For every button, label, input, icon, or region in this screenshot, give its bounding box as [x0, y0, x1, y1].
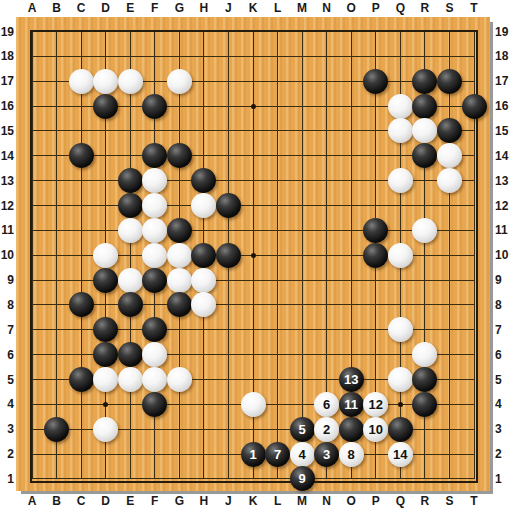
move-number-label: 8 [348, 447, 355, 462]
black-stone [412, 69, 437, 94]
white-stone [388, 168, 413, 193]
column-label-bottom: G [169, 494, 189, 508]
white-stone: 8 [339, 442, 364, 467]
column-label-top: H [194, 1, 214, 15]
black-stone [69, 367, 94, 392]
black-stone [462, 94, 487, 119]
row-label-right: 18 [495, 49, 512, 63]
column-label-top: D [96, 1, 116, 15]
column-label-top: M [292, 1, 312, 15]
move-number-label: 2 [323, 422, 330, 437]
row-label-right: 3 [495, 422, 512, 436]
go-board[interactable]: 1361112521017438149 [16, 17, 490, 491]
move-number-label: 1 [249, 447, 256, 462]
column-label-top: J [218, 1, 238, 15]
column-label-bottom: K [243, 494, 263, 508]
white-stone [167, 69, 192, 94]
black-stone [69, 143, 94, 168]
column-label-top: N [317, 1, 337, 15]
column-label-top: T [464, 1, 484, 15]
white-stone [93, 243, 118, 268]
white-stone [437, 168, 462, 193]
column-label-bottom: A [22, 494, 42, 508]
row-label-right: 7 [495, 323, 512, 337]
black-stone: 3 [314, 442, 339, 467]
row-label-left: 18 [0, 49, 14, 63]
white-stone [118, 69, 143, 94]
column-label-bottom: S [439, 494, 459, 508]
black-stone [216, 193, 241, 218]
column-label-bottom: C [71, 494, 91, 508]
row-label-right: 14 [495, 149, 512, 163]
black-stone [93, 268, 118, 293]
white-stone [167, 243, 192, 268]
white-stone: 2 [314, 417, 339, 442]
row-label-left: 16 [0, 99, 14, 113]
black-stone [437, 69, 462, 94]
star-point [251, 104, 256, 109]
move-number-label: 13 [344, 372, 358, 387]
row-label-left: 19 [0, 25, 14, 39]
move-number-label: 11 [344, 397, 358, 412]
black-stone: 9 [290, 466, 315, 491]
row-label-left: 6 [0, 348, 14, 362]
row-label-left: 11 [0, 223, 14, 237]
move-number-label: 12 [369, 397, 383, 412]
row-label-left: 12 [0, 199, 14, 213]
black-stone: 5 [290, 417, 315, 442]
white-stone [142, 243, 167, 268]
column-label-bottom: D [96, 494, 116, 508]
row-label-left: 7 [0, 323, 14, 337]
black-stone [412, 94, 437, 119]
black-stone [167, 143, 192, 168]
column-label-top: B [47, 1, 67, 15]
column-label-bottom: H [194, 494, 214, 508]
column-label-bottom: J [218, 494, 238, 508]
move-number-label: 4 [298, 447, 305, 462]
column-label-bottom: O [341, 494, 361, 508]
move-number-label: 3 [323, 447, 330, 462]
row-label-left: 15 [0, 124, 14, 138]
row-label-left: 4 [0, 397, 14, 411]
black-stone [388, 417, 413, 442]
column-label-top: K [243, 1, 263, 15]
column-label-top: L [268, 1, 288, 15]
column-label-bottom: T [464, 494, 484, 508]
row-label-right: 13 [495, 174, 512, 188]
black-stone [44, 417, 69, 442]
move-number-label: 10 [369, 422, 383, 437]
row-label-left: 5 [0, 373, 14, 387]
white-stone [388, 317, 413, 342]
white-stone: 14 [388, 442, 413, 467]
white-stone: 6 [314, 392, 339, 417]
row-label-right: 11 [495, 223, 512, 237]
white-stone [93, 417, 118, 442]
white-stone [118, 268, 143, 293]
row-label-left: 13 [0, 174, 14, 188]
black-stone [69, 292, 94, 317]
white-stone [167, 268, 192, 293]
column-label-bottom: P [366, 494, 386, 508]
row-label-left: 2 [0, 447, 14, 461]
black-stone [167, 218, 192, 243]
column-label-bottom: N [317, 494, 337, 508]
column-label-bottom: F [145, 494, 165, 508]
move-number-label: 5 [298, 422, 305, 437]
white-stone: 4 [290, 442, 315, 467]
black-stone [142, 268, 167, 293]
column-label-top: P [366, 1, 386, 15]
black-stone [363, 69, 388, 94]
column-label-top: A [22, 1, 42, 15]
row-label-right: 8 [495, 298, 512, 312]
row-label-right: 17 [495, 74, 512, 88]
row-label-right: 9 [495, 273, 512, 287]
black-stone [93, 94, 118, 119]
white-stone [388, 243, 413, 268]
row-label-left: 9 [0, 273, 14, 287]
white-stone [167, 367, 192, 392]
black-stone: 7 [265, 442, 290, 467]
move-number-label: 14 [393, 447, 407, 462]
column-label-top: F [145, 1, 165, 15]
column-label-bottom: Q [390, 494, 410, 508]
column-label-bottom: L [268, 494, 288, 508]
white-stone [388, 367, 413, 392]
row-label-right: 10 [495, 248, 512, 262]
black-stone: 13 [339, 367, 364, 392]
column-label-top: O [341, 1, 361, 15]
black-stone [363, 218, 388, 243]
white-stone [241, 392, 266, 417]
row-label-left: 17 [0, 74, 14, 88]
row-label-left: 1 [0, 472, 14, 486]
row-label-right: 15 [495, 124, 512, 138]
black-stone [191, 243, 216, 268]
row-label-right: 16 [495, 99, 512, 113]
black-stone [339, 417, 364, 442]
column-label-bottom: R [415, 494, 435, 508]
star-point [398, 402, 403, 407]
black-stone [142, 94, 167, 119]
column-label-top: G [169, 1, 189, 15]
row-label-right: 4 [495, 397, 512, 411]
column-label-top: R [415, 1, 435, 15]
go-board-screen: 1361112521017438149 ABCDEFGHJKLMNOPQRST … [0, 0, 512, 510]
move-number-label: 6 [323, 397, 330, 412]
white-stone: 10 [363, 417, 388, 442]
white-stone [142, 218, 167, 243]
white-stone [93, 69, 118, 94]
column-label-top: E [120, 1, 140, 15]
column-label-bottom: B [47, 494, 67, 508]
row-label-left: 14 [0, 149, 14, 163]
row-label-left: 10 [0, 248, 14, 262]
black-stone: 11 [339, 392, 364, 417]
white-stone [118, 218, 143, 243]
column-label-bottom: E [120, 494, 140, 508]
row-label-right: 19 [495, 25, 512, 39]
move-number-label: 7 [274, 447, 281, 462]
row-label-right: 2 [495, 447, 512, 461]
move-number-label: 9 [298, 471, 305, 486]
white-stone [69, 69, 94, 94]
black-stone [118, 193, 143, 218]
column-label-top: Q [390, 1, 410, 15]
white-stone [118, 367, 143, 392]
black-stone [216, 243, 241, 268]
black-stone [118, 168, 143, 193]
black-stone: 1 [241, 442, 266, 467]
white-stone [191, 268, 216, 293]
black-stone [118, 342, 143, 367]
row-label-right: 1 [495, 472, 512, 486]
star-point [251, 253, 256, 258]
column-label-top: C [71, 1, 91, 15]
column-label-top: S [439, 1, 459, 15]
row-label-right: 6 [495, 348, 512, 362]
black-stone [142, 392, 167, 417]
row-label-left: 8 [0, 298, 14, 312]
row-label-right: 12 [495, 199, 512, 213]
column-label-bottom: M [292, 494, 312, 508]
white-stone [388, 94, 413, 119]
black-stone [363, 243, 388, 268]
row-label-left: 3 [0, 422, 14, 436]
row-label-right: 5 [495, 373, 512, 387]
